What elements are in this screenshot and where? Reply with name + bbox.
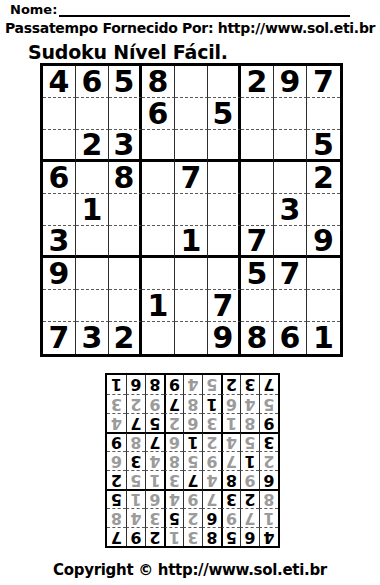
sudoku-puzzle-grid: 4658297652356872133179957177329861: [40, 63, 343, 357]
solution-cell-r8c1: 5: [259, 394, 278, 413]
cell-r5c5: [175, 194, 208, 226]
cell-r7c1: 9: [43, 258, 76, 290]
cell-r3c3: 3: [109, 130, 142, 162]
cell-r2c5: [175, 98, 208, 130]
solution-cell-r3c2: 2: [240, 489, 259, 508]
solution-cell-r4c7: 1: [145, 470, 164, 489]
solution-cell-r1c3: 5: [221, 527, 240, 546]
solution-cell-r6c6: 6: [164, 432, 183, 451]
solution-cell-r3c8: 1: [126, 489, 145, 508]
cell-r2c1: [43, 98, 76, 130]
solution-cell-r1c6: 1: [164, 527, 183, 546]
solution-cell-r4c2: 9: [240, 470, 259, 489]
cell-r5c1: [43, 194, 76, 226]
cell-r1c2: 6: [76, 66, 109, 98]
cell-r9c8: 6: [274, 322, 307, 354]
solution-cell-r9c2: 3: [240, 375, 259, 394]
cell-r6c7: 7: [241, 226, 274, 258]
solution-cell-r1c4: 8: [202, 527, 221, 546]
cell-r4c9: 2: [307, 162, 340, 194]
solution-cell-r3c7: 6: [145, 489, 164, 508]
solution-cell-r9c5: 4: [183, 375, 202, 394]
solution-cell-r8c9: 3: [107, 394, 126, 413]
cell-r8c9: [307, 290, 340, 322]
solution-cell-r6c2: 5: [240, 432, 259, 451]
solution-cell-r5c5: 5: [183, 451, 202, 470]
provider-line: Passatempo Fornecido Por: http://www.sol…: [5, 20, 375, 36]
cell-r1c3: 5: [109, 66, 142, 98]
cell-r9c6: 9: [208, 322, 241, 354]
solution-cell-r8c5: 8: [183, 394, 202, 413]
cell-r7c8: 7: [274, 258, 307, 290]
solution-cell-r1c9: 7: [107, 527, 126, 546]
solution-cell-r3c1: 8: [259, 489, 278, 508]
solution-cell-r5c4: 9: [202, 451, 221, 470]
name-fill-line: [59, 3, 350, 17]
solution-cell-r5c6: 8: [164, 451, 183, 470]
page-title: Sudoku Nível Fácil.: [28, 41, 228, 63]
cell-r6c9: 9: [307, 226, 340, 258]
solution-cell-r7c2: 8: [240, 413, 259, 432]
solution-cell-r8c3: 6: [221, 394, 240, 413]
cell-r1c5: [175, 66, 208, 98]
solution-cell-r5c1: 2: [259, 451, 278, 470]
solution-cell-r3c5: 9: [183, 489, 202, 508]
solution-cell-r7c8: 7: [126, 413, 145, 432]
cell-r7c7: 5: [241, 258, 274, 290]
solution-cell-r1c8: 9: [126, 527, 145, 546]
solution-cell-r4c1: 6: [259, 470, 278, 489]
cell-r9c5: [175, 322, 208, 354]
solution-cell-r6c5: 1: [183, 432, 202, 451]
solution-cell-r9c7: 8: [145, 375, 164, 394]
cell-r8c3: [109, 290, 142, 322]
cell-r2c4: 6: [142, 98, 175, 130]
solution-cell-r7c5: 6: [183, 413, 202, 432]
solution-cell-r6c3: 4: [221, 432, 240, 451]
cell-r6c8: [274, 226, 307, 258]
cell-r3c7: [241, 130, 274, 162]
cell-r1c7: 2: [241, 66, 274, 98]
cell-r9c2: 3: [76, 322, 109, 354]
solution-cell-r6c8: 8: [126, 432, 145, 451]
cell-r2c9: [307, 98, 340, 130]
cell-r4c4: [142, 162, 175, 194]
cell-r4c7: [241, 162, 274, 194]
cell-r4c5: 7: [175, 162, 208, 194]
solution-cell-r2c5: 2: [183, 508, 202, 527]
solution-cell-r4c8: 5: [126, 470, 145, 489]
solution-cell-r2c8: 4: [126, 508, 145, 527]
cell-r9c3: 2: [109, 322, 142, 354]
solution-cell-r1c2: 6: [240, 527, 259, 546]
solution-cell-r1c5: 3: [183, 527, 202, 546]
cell-r2c2: [76, 98, 109, 130]
solution-cell-r4c6: 3: [164, 470, 183, 489]
cell-r5c6: [208, 194, 241, 226]
solution-cell-r7c4: 3: [202, 413, 221, 432]
solution-cell-r9c8: 6: [126, 375, 145, 394]
cell-r7c9: [307, 258, 340, 290]
cell-r8c5: [175, 290, 208, 322]
solution-cell-r6c1: 3: [259, 432, 278, 451]
cell-r7c2: [76, 258, 109, 290]
solution-cell-r2c2: 7: [240, 508, 259, 527]
name-row: Nome:: [10, 2, 350, 17]
cell-r8c6: 7: [208, 290, 241, 322]
cell-r7c3: [109, 258, 142, 290]
cell-r6c4: [142, 226, 175, 258]
cell-r6c1: 3: [43, 226, 76, 258]
cell-r4c1: 6: [43, 162, 76, 194]
solution-cell-r4c9: 2: [107, 470, 126, 489]
solution-cell-r7c1: 9: [259, 413, 278, 432]
solution-cell-r2c9: 8: [107, 508, 126, 527]
cell-r5c2: 1: [76, 194, 109, 226]
cell-r6c6: [208, 226, 241, 258]
cell-r3c1: [43, 130, 76, 162]
solution-cell-r5c8: 3: [126, 451, 145, 470]
copyright-line: Copyright © http://www.sol.eti.br: [0, 561, 380, 579]
cell-r4c3: 8: [109, 162, 142, 194]
cell-r5c7: [241, 194, 274, 226]
solution-cell-r6c9: 9: [107, 432, 126, 451]
solution-cell-r2c6: 5: [164, 508, 183, 527]
cell-r2c6: 5: [208, 98, 241, 130]
solution-cell-r2c7: 3: [145, 508, 164, 527]
solution-cell-r6c4: 2: [202, 432, 221, 451]
solution-cell-r8c6: 7: [164, 394, 183, 413]
solution-cell-r1c1: 4: [259, 527, 278, 546]
cell-r7c6: [208, 258, 241, 290]
cell-r2c3: [109, 98, 142, 130]
solution-cell-r3c6: 4: [164, 489, 183, 508]
cell-r2c7: [241, 98, 274, 130]
solution-cell-r1c7: 2: [145, 527, 164, 546]
solution-cell-r8c8: 2: [126, 394, 145, 413]
solution-cell-r5c2: 1: [240, 451, 259, 470]
solution-cell-r3c4: 7: [202, 489, 221, 508]
cell-r4c2: [76, 162, 109, 194]
cell-r7c4: [142, 258, 175, 290]
solution-cell-r5c3: 7: [221, 451, 240, 470]
solution-cell-r5c7: 4: [145, 451, 164, 470]
solution-cell-r2c1: 1: [259, 508, 278, 527]
solution-cell-r4c4: 4: [202, 470, 221, 489]
name-label: Nome:: [10, 2, 57, 17]
cell-r9c7: 8: [241, 322, 274, 354]
cell-r5c8: 3: [274, 194, 307, 226]
cell-r2c8: [274, 98, 307, 130]
solution-cell-r2c4: 6: [202, 508, 221, 527]
cell-r3c5: [175, 130, 208, 162]
cell-r1c8: 9: [274, 66, 307, 98]
cell-r4c8: [274, 162, 307, 194]
cell-r3c9: 5: [307, 130, 340, 162]
cell-r1c4: 8: [142, 66, 175, 98]
cell-r6c5: 1: [175, 226, 208, 258]
solution-cell-r2c3: 9: [221, 508, 240, 527]
cell-r5c9: [307, 194, 340, 226]
solution-cell-r8c7: 9: [145, 394, 164, 413]
cell-r6c2: [76, 226, 109, 258]
sudoku-solution-grid-rotated: 4658312971796253488237946156984731522179…: [105, 373, 280, 548]
solution-cell-r6c7: 7: [145, 432, 164, 451]
solution-cell-r3c9: 5: [107, 489, 126, 508]
cell-r9c9: 1: [307, 322, 340, 354]
solution-cell-r5c9: 6: [107, 451, 126, 470]
solution-cell-r7c9: 4: [107, 413, 126, 432]
cell-r9c4: [142, 322, 175, 354]
cell-r7c5: [175, 258, 208, 290]
cell-r4c6: [208, 162, 241, 194]
cell-r1c1: 4: [43, 66, 76, 98]
solution-cell-r7c6: 2: [164, 413, 183, 432]
cell-r9c1: 7: [43, 322, 76, 354]
cell-r8c4: 1: [142, 290, 175, 322]
cell-r6c3: [109, 226, 142, 258]
cell-r5c4: [142, 194, 175, 226]
cell-r5c3: [109, 194, 142, 226]
cell-r8c7: [241, 290, 274, 322]
solution-cell-r9c6: 9: [164, 375, 183, 394]
solution-cell-r4c5: 7: [183, 470, 202, 489]
solution-cell-r9c1: 7: [259, 375, 278, 394]
solution-cell-r7c3: 1: [221, 413, 240, 432]
solution-cell-r7c7: 5: [145, 413, 164, 432]
cell-r1c9: 7: [307, 66, 340, 98]
cell-r3c6: [208, 130, 241, 162]
cell-r8c2: [76, 290, 109, 322]
cell-r3c4: [142, 130, 175, 162]
solution-cell-r8c2: 4: [240, 394, 259, 413]
cell-r3c8: [274, 130, 307, 162]
cell-r1c6: [208, 66, 241, 98]
solution-cell-r8c4: 1: [202, 394, 221, 413]
solution-cell-r3c3: 3: [221, 489, 240, 508]
solution-cell-r9c3: 2: [221, 375, 240, 394]
cell-r8c8: [274, 290, 307, 322]
solution-cell-r4c3: 8: [221, 470, 240, 489]
solution-cell-r9c4: 5: [202, 375, 221, 394]
cell-r8c1: [43, 290, 76, 322]
solution-cell-r9c9: 1: [107, 375, 126, 394]
cell-r3c2: 2: [76, 130, 109, 162]
